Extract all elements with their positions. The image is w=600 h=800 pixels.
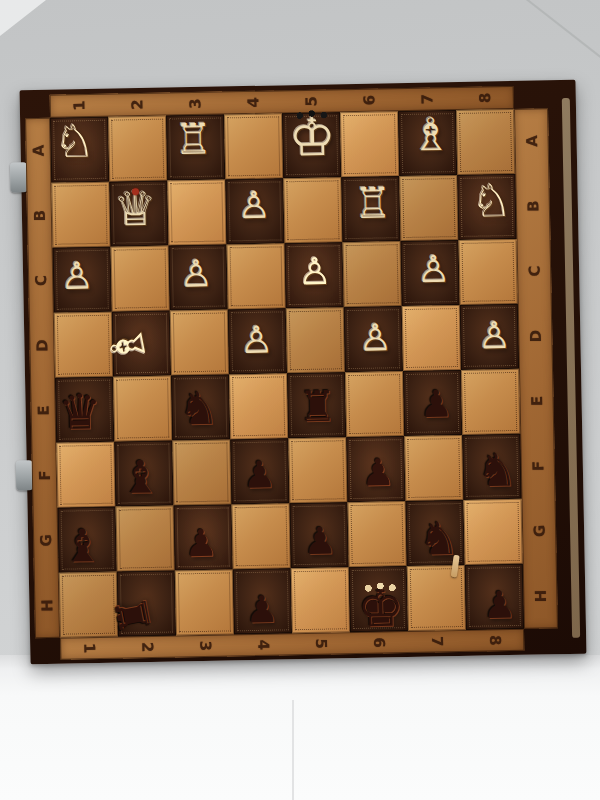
piece-white-pawn-b4: ♙ (224, 172, 283, 238)
square-f7 (404, 435, 463, 501)
square-h1 (59, 572, 118, 638)
square-a8 (456, 109, 515, 175)
square-a3: ♖ (166, 114, 225, 180)
piece-black-bishop-f2: ♝ (111, 444, 170, 510)
square-a2 (108, 116, 167, 182)
piece-white-rook-a3: ♖ (164, 106, 223, 172)
square-g6 (348, 501, 407, 567)
square-g7: ♞ (405, 500, 464, 566)
square-g8 (463, 499, 522, 565)
square-b7 (399, 175, 458, 241)
square-e6 (345, 371, 404, 437)
piece-white-bishop-a7: ♗ (401, 102, 460, 168)
piece-black-pawn-g5: ♟ (290, 508, 349, 574)
piece-black-pawn-e7: ♟ (407, 371, 466, 437)
square-a1: ♘ (50, 117, 109, 183)
board-squares: ♘♖♔♗♕♙♖♘♙♙♙♙♗♙♙♙♛♞♜♟♝♟♟♞♝♟♟♞♜♟♚♟ (50, 109, 524, 638)
square-c7: ♙ (401, 240, 460, 306)
square-a5: ♔ (282, 112, 341, 178)
piece-black-bishop-g1: ♝ (53, 513, 112, 579)
piece-black-pawn-f6: ♟ (348, 440, 407, 506)
square-f3 (172, 439, 231, 505)
piece-white-pawn-c1: ♙ (48, 243, 107, 309)
square-d5 (286, 307, 345, 373)
square-a6 (340, 111, 399, 177)
piece-white-queen-b2: ♕ (106, 175, 165, 241)
piece-black-rook-e5: ♜ (288, 373, 347, 439)
piece-black-knight-g7: ♞ (409, 506, 468, 572)
piece-white-knight-b8: ♘ (462, 168, 521, 234)
square-c4 (227, 243, 286, 309)
piece-white-knight-a1: ♘ (45, 108, 104, 174)
square-b1 (51, 182, 110, 248)
piece-white-pawn-d8: ♙ (465, 303, 524, 369)
square-f8: ♞ (462, 434, 521, 500)
square-h7 (407, 565, 466, 631)
wall-highlight (0, 0, 46, 36)
piece-black-pawn-f4: ♟ (230, 442, 289, 508)
chess-board: 1 2 3 4 5 6 7 8 1 2 3 4 5 6 7 8 A B C D … (20, 80, 587, 665)
square-g1: ♝ (58, 507, 117, 573)
square-d2: ♗ (112, 311, 171, 377)
square-f5 (288, 437, 347, 503)
square-h6: ♚ (349, 566, 408, 632)
square-b3 (167, 179, 226, 245)
piece-white-king-a5: ♔ (283, 104, 342, 170)
square-h4: ♟ (233, 568, 292, 634)
square-e7: ♟ (403, 370, 462, 436)
piece-black-pawn-h8: ♟ (470, 572, 529, 638)
square-d3 (170, 309, 229, 375)
square-a4 (224, 113, 283, 179)
square-f4: ♟ (230, 438, 289, 504)
square-f2: ♝ (114, 441, 173, 507)
square-b6: ♖ (341, 176, 400, 242)
square-e4 (229, 373, 288, 439)
square-b4: ♙ (225, 178, 284, 244)
piece-white-pawn-c5: ♙ (285, 239, 344, 305)
wall-corner-line (513, 0, 600, 58)
square-g5: ♟ (290, 502, 349, 568)
square-b2: ♕ (109, 181, 168, 247)
piece-black-pawn-h4: ♟ (232, 577, 291, 643)
square-c2 (111, 246, 170, 312)
square-h3 (175, 569, 234, 635)
square-d1 (54, 312, 113, 378)
square-h5 (291, 567, 350, 633)
square-g2 (116, 506, 175, 572)
piece-black-king-h6: ♚ (351, 574, 410, 640)
square-f1 (56, 442, 115, 508)
square-d7 (402, 305, 461, 371)
piece-black-queen-e1: ♛ (50, 378, 109, 444)
square-c8 (458, 239, 517, 305)
shelf-seam (292, 700, 294, 800)
piece-black-knight-e3: ♞ (169, 376, 228, 442)
square-g3: ♟ (174, 504, 233, 570)
piece-white-pawn-c7: ♙ (404, 236, 463, 302)
square-h2: ♜ (117, 570, 176, 636)
square-d4: ♙ (228, 308, 287, 374)
square-e5: ♜ (287, 372, 346, 438)
square-c1: ♙ (53, 247, 112, 313)
piece-white-pawn-d4: ♙ (227, 307, 286, 373)
square-c6 (343, 241, 402, 307)
square-f6: ♟ (346, 436, 405, 502)
piece-black-pawn-g3: ♟ (172, 510, 231, 576)
square-a7: ♗ (398, 110, 457, 176)
square-e8 (461, 369, 520, 435)
square-g4 (232, 503, 291, 569)
square-e1: ♛ (55, 377, 114, 443)
piece-white-rook-b6: ♖ (343, 170, 402, 236)
square-c5: ♙ (285, 242, 344, 308)
light-beads-accent (362, 583, 398, 593)
square-e2 (113, 376, 172, 442)
square-h8: ♟ (465, 564, 524, 630)
metal-clasp (10, 162, 28, 192)
piece-white-pawn-d6: ♙ (346, 305, 405, 371)
square-d8: ♙ (460, 304, 519, 370)
square-b5 (283, 177, 342, 243)
piece-white-pawn-c3: ♙ (166, 241, 225, 307)
square-c3: ♙ (169, 244, 228, 310)
piece-black-knight-f8: ♞ (467, 437, 526, 503)
red-center-accent (131, 188, 138, 195)
square-b8: ♘ (457, 174, 516, 240)
square-e3: ♞ (171, 374, 230, 440)
square-d6: ♙ (344, 306, 403, 372)
